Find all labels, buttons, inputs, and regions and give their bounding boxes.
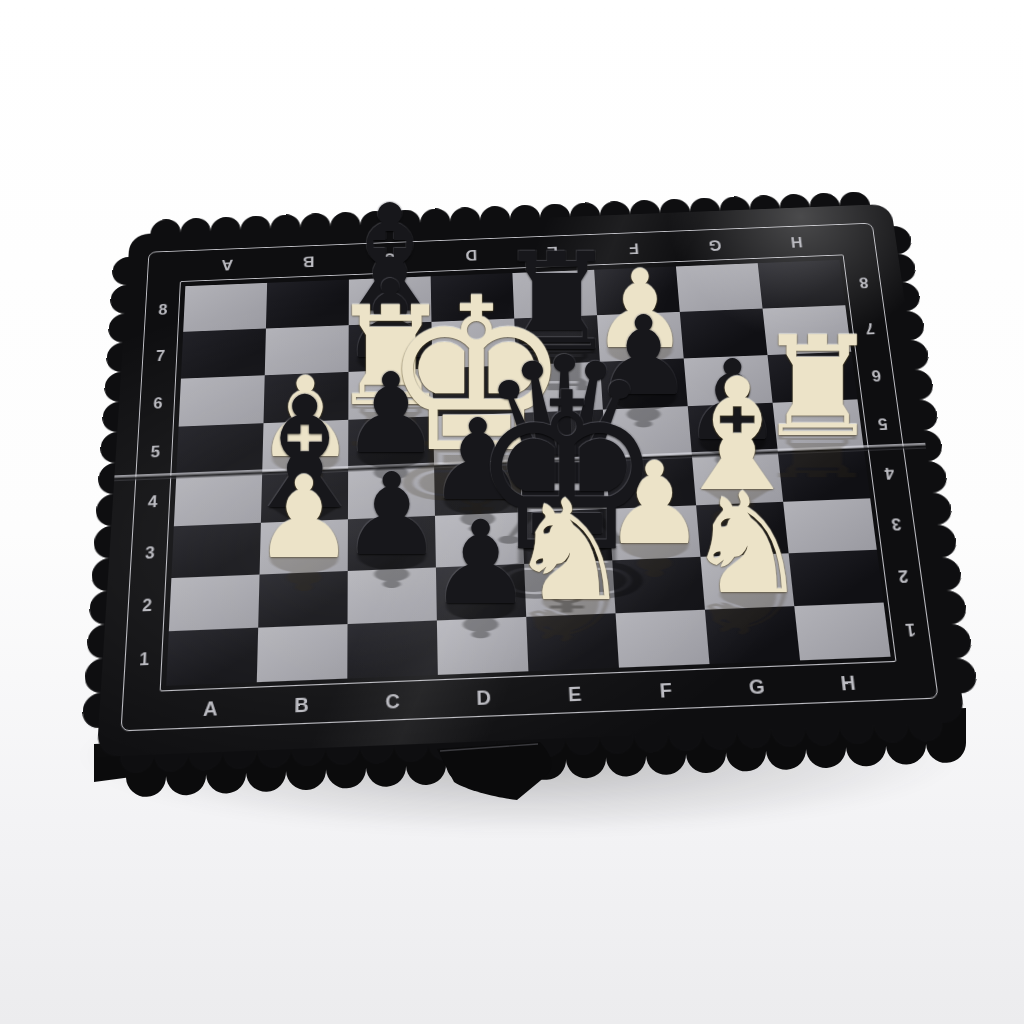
piece-white-knight-g2: ♞: [685, 475, 810, 614]
chess-set-photo: AABBCCDDEEFFGGHH8877665544332211 ♝♝♟♟♜♜♟…: [0, 0, 1024, 1024]
piece-black-pawn-c3: ♟: [341, 458, 443, 572]
clasp-tab: [437, 742, 552, 800]
piece-black-pawn-d2: ♟: [429, 506, 532, 621]
piece-white-pawn-b3: ♟: [253, 461, 355, 575]
